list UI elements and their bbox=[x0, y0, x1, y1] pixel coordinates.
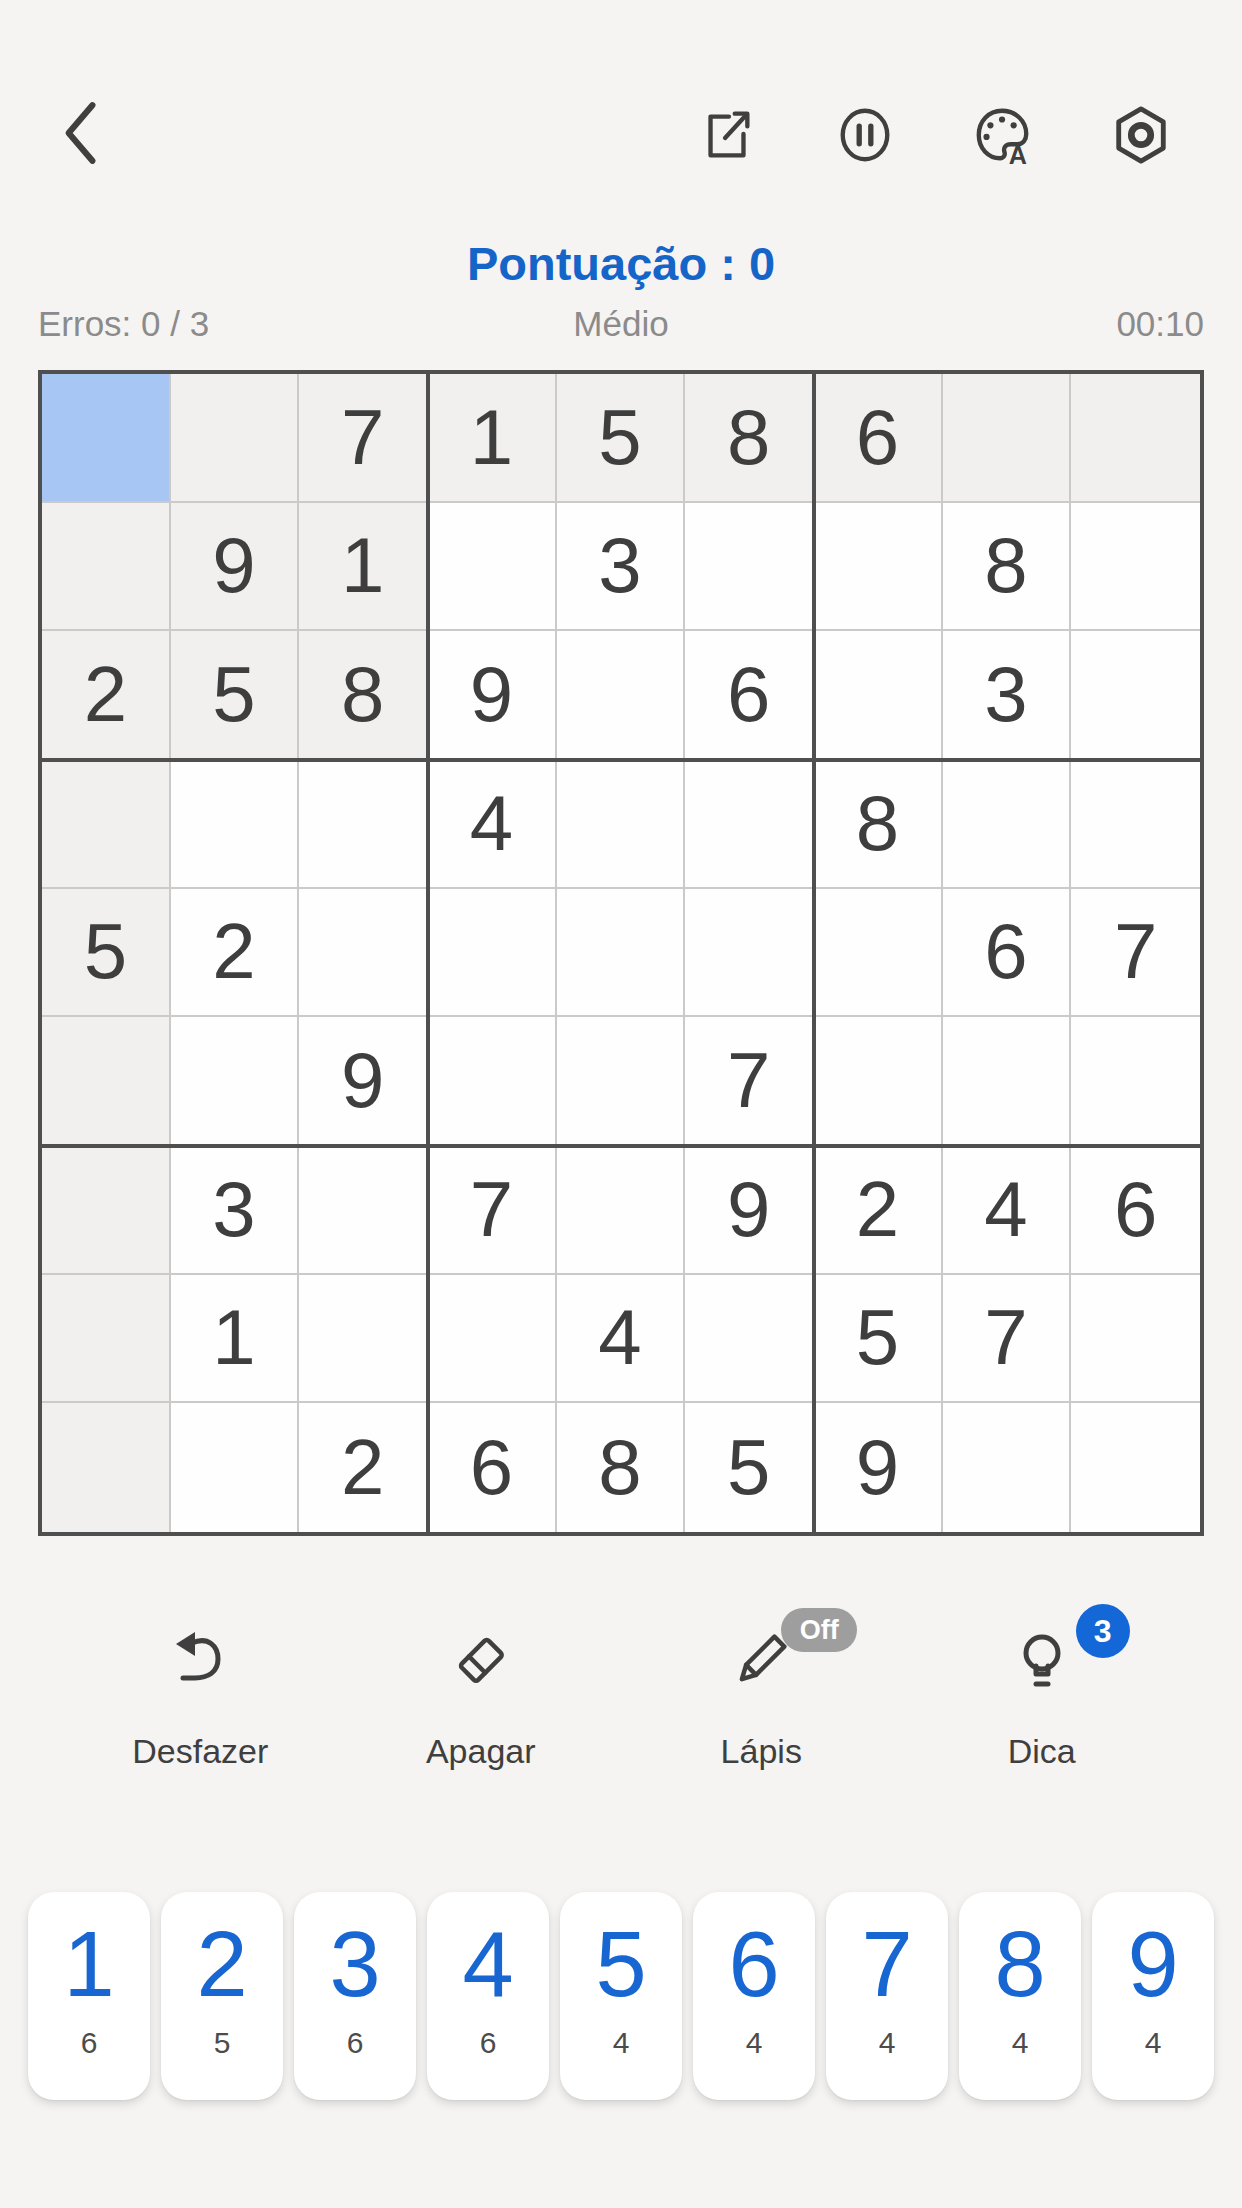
cell-r0c8[interactable] bbox=[1071, 374, 1200, 503]
cell-r8c3[interactable]: 6 bbox=[428, 1403, 557, 1532]
cell-r5c1[interactable] bbox=[171, 1017, 300, 1146]
cell-r6c5[interactable]: 9 bbox=[685, 1146, 814, 1275]
numpad-key-2[interactable]: 25 bbox=[161, 1892, 283, 2100]
score-text: Pontuação : 0 bbox=[0, 236, 1242, 291]
undo-icon bbox=[168, 1628, 232, 1692]
cell-r7c2[interactable] bbox=[299, 1275, 428, 1404]
numpad-remaining-count: 6 bbox=[480, 2026, 497, 2060]
cell-r5c7[interactable] bbox=[943, 1017, 1072, 1146]
cell-r2c0[interactable]: 2 bbox=[42, 631, 171, 760]
numpad-digit: 2 bbox=[196, 1918, 247, 2010]
cell-r4c6[interactable] bbox=[814, 889, 943, 1018]
cell-r4c7[interactable]: 6 bbox=[943, 889, 1072, 1018]
erase-label: Apagar bbox=[426, 1732, 536, 1771]
cell-r1c7[interactable]: 8 bbox=[943, 503, 1072, 632]
numpad-digit: 5 bbox=[595, 1918, 646, 2010]
cell-r2c1[interactable]: 5 bbox=[171, 631, 300, 760]
cell-r3c0[interactable] bbox=[42, 760, 171, 889]
cell-r7c3[interactable] bbox=[428, 1275, 557, 1404]
svg-text:A: A bbox=[1009, 141, 1027, 166]
cell-r6c7[interactable]: 4 bbox=[943, 1146, 1072, 1275]
hint-label: Dica bbox=[1008, 1732, 1076, 1771]
back-icon[interactable] bbox=[58, 100, 102, 166]
pencil-mode-badge: Off bbox=[781, 1608, 857, 1652]
cell-r0c4[interactable]: 5 bbox=[557, 374, 686, 503]
cell-r0c2[interactable]: 7 bbox=[299, 374, 428, 503]
pencil-label: Lápis bbox=[721, 1732, 802, 1771]
cell-r4c4[interactable] bbox=[557, 889, 686, 1018]
cell-r3c1[interactable] bbox=[171, 760, 300, 889]
numpad-digit: 7 bbox=[861, 1918, 912, 2010]
undo-button[interactable]: Desfazer bbox=[60, 1612, 341, 1771]
toolbar: Desfazer Apagar Off Lápis 3 bbox=[60, 1612, 1182, 1771]
numpad-remaining-count: 4 bbox=[1012, 2026, 1029, 2060]
numpad-remaining-count: 4 bbox=[613, 2026, 630, 2060]
header-icons: A bbox=[696, 104, 1172, 166]
cell-r2c2[interactable]: 8 bbox=[299, 631, 428, 760]
cell-r8c2[interactable]: 2 bbox=[299, 1403, 428, 1532]
numpad-remaining-count: 4 bbox=[879, 2026, 896, 2060]
cell-r5c6[interactable] bbox=[814, 1017, 943, 1146]
settings-icon[interactable] bbox=[1110, 104, 1172, 166]
cell-r1c0[interactable] bbox=[42, 503, 171, 632]
status-bar: Erros: 0 / 3 Médio 00:10 bbox=[38, 304, 1204, 344]
cell-r2c8[interactable] bbox=[1071, 631, 1200, 760]
numpad-digit: 6 bbox=[728, 1918, 779, 2010]
cell-r3c2[interactable] bbox=[299, 760, 428, 889]
hint-button[interactable]: 3 Dica bbox=[902, 1612, 1183, 1771]
cell-r7c8[interactable] bbox=[1071, 1275, 1200, 1404]
pencil-button[interactable]: Off Lápis bbox=[621, 1612, 902, 1771]
numpad-remaining-count: 6 bbox=[81, 2026, 98, 2060]
cell-r8c7[interactable] bbox=[943, 1403, 1072, 1532]
cell-r4c5[interactable] bbox=[685, 889, 814, 1018]
numpad-key-7[interactable]: 74 bbox=[826, 1892, 948, 2100]
cell-r8c6[interactable]: 9 bbox=[814, 1403, 943, 1532]
cell-r0c0[interactable] bbox=[42, 374, 171, 503]
cell-r1c5[interactable] bbox=[685, 503, 814, 632]
numpad-key-9[interactable]: 94 bbox=[1092, 1892, 1214, 2100]
numpad-key-3[interactable]: 36 bbox=[294, 1892, 416, 2100]
cell-r8c8[interactable] bbox=[1071, 1403, 1200, 1532]
undo-label: Desfazer bbox=[132, 1732, 268, 1771]
eraser-icon bbox=[449, 1628, 513, 1692]
difficulty-label: Médio bbox=[38, 304, 1204, 344]
cell-r5c3[interactable] bbox=[428, 1017, 557, 1146]
cell-r7c0[interactable] bbox=[42, 1275, 171, 1404]
pause-icon[interactable] bbox=[834, 104, 896, 166]
cell-r1c8[interactable] bbox=[1071, 503, 1200, 632]
cell-r0c7[interactable] bbox=[943, 374, 1072, 503]
numpad-key-8[interactable]: 84 bbox=[959, 1892, 1081, 2100]
cell-r2c5[interactable]: 6 bbox=[685, 631, 814, 760]
cell-r5c4[interactable] bbox=[557, 1017, 686, 1146]
cell-r6c2[interactable] bbox=[299, 1146, 428, 1275]
cell-r2c6[interactable] bbox=[814, 631, 943, 760]
cell-r0c1[interactable] bbox=[171, 374, 300, 503]
cell-r6c3[interactable]: 7 bbox=[428, 1146, 557, 1275]
cell-r2c3[interactable]: 9 bbox=[428, 631, 557, 760]
numpad-digit: 9 bbox=[1127, 1918, 1178, 2010]
numpad-digit: 4 bbox=[462, 1918, 513, 2010]
cell-r7c4[interactable]: 4 bbox=[557, 1275, 686, 1404]
cell-r4c0[interactable]: 5 bbox=[42, 889, 171, 1018]
sudoku-board: 71586913825896348526797379246145726859 bbox=[38, 370, 1204, 1536]
cell-r4c8[interactable]: 7 bbox=[1071, 889, 1200, 1018]
cell-r3c7[interactable] bbox=[943, 760, 1072, 889]
numpad-remaining-count: 5 bbox=[214, 2026, 231, 2060]
erase-button[interactable]: Apagar bbox=[341, 1612, 622, 1771]
cell-r3c4[interactable] bbox=[557, 760, 686, 889]
number-pad: 162536465464748494 bbox=[28, 1892, 1214, 2100]
numpad-key-6[interactable]: 64 bbox=[693, 1892, 815, 2100]
cell-r5c2[interactable]: 9 bbox=[299, 1017, 428, 1146]
share-icon[interactable] bbox=[696, 104, 758, 166]
cell-r6c4[interactable] bbox=[557, 1146, 686, 1275]
cell-r0c6[interactable]: 6 bbox=[814, 374, 943, 503]
numpad-remaining-count: 4 bbox=[1145, 2026, 1162, 2060]
cell-r8c0[interactable] bbox=[42, 1403, 171, 1532]
cell-r6c1[interactable]: 3 bbox=[171, 1146, 300, 1275]
theme-palette-icon[interactable]: A bbox=[972, 104, 1034, 166]
cell-r5c8[interactable] bbox=[1071, 1017, 1200, 1146]
cell-r3c8[interactable] bbox=[1071, 760, 1200, 889]
cell-r6c0[interactable] bbox=[42, 1146, 171, 1275]
cell-r0c3[interactable]: 1 bbox=[428, 374, 557, 503]
cell-r1c1[interactable]: 9 bbox=[171, 503, 300, 632]
numpad-key-4[interactable]: 46 bbox=[427, 1892, 549, 2100]
cell-r0c5[interactable]: 8 bbox=[685, 374, 814, 503]
cell-r1c3[interactable] bbox=[428, 503, 557, 632]
numpad-key-5[interactable]: 54 bbox=[560, 1892, 682, 2100]
cell-r1c4[interactable]: 3 bbox=[557, 503, 686, 632]
cell-r8c4[interactable]: 8 bbox=[557, 1403, 686, 1532]
cell-r3c6[interactable]: 8 bbox=[814, 760, 943, 889]
cell-r7c5[interactable] bbox=[685, 1275, 814, 1404]
cell-r4c1[interactable]: 2 bbox=[171, 889, 300, 1018]
cell-r1c2[interactable]: 1 bbox=[299, 503, 428, 632]
cell-r4c2[interactable] bbox=[299, 889, 428, 1018]
cell-r8c5[interactable]: 5 bbox=[685, 1403, 814, 1532]
cell-r1c6[interactable] bbox=[814, 503, 943, 632]
numpad-remaining-count: 6 bbox=[347, 2026, 364, 2060]
numpad-digit: 1 bbox=[63, 1918, 114, 2010]
cell-r4c3[interactable] bbox=[428, 889, 557, 1018]
cell-r7c1[interactable]: 1 bbox=[171, 1275, 300, 1404]
numpad-digit: 8 bbox=[994, 1918, 1045, 2010]
cell-r8c1[interactable] bbox=[171, 1403, 300, 1532]
cell-r3c5[interactable] bbox=[685, 760, 814, 889]
cell-r5c0[interactable] bbox=[42, 1017, 171, 1146]
hint-count-badge: 3 bbox=[1076, 1604, 1130, 1658]
cell-r5c5[interactable]: 7 bbox=[685, 1017, 814, 1146]
numpad-remaining-count: 4 bbox=[746, 2026, 763, 2060]
cell-r2c4[interactable] bbox=[557, 631, 686, 760]
cell-r6c6[interactable]: 2 bbox=[814, 1146, 943, 1275]
cell-r6c8[interactable]: 6 bbox=[1071, 1146, 1200, 1275]
numpad-digit: 3 bbox=[329, 1918, 380, 2010]
cell-r3c3[interactable]: 4 bbox=[428, 760, 557, 889]
cell-r7c6[interactable]: 5 bbox=[814, 1275, 943, 1404]
cell-r7c7[interactable]: 7 bbox=[943, 1275, 1072, 1404]
numpad-key-1[interactable]: 16 bbox=[28, 1892, 150, 2100]
hint-bulb-icon bbox=[1010, 1628, 1074, 1692]
cell-r2c7[interactable]: 3 bbox=[943, 631, 1072, 760]
